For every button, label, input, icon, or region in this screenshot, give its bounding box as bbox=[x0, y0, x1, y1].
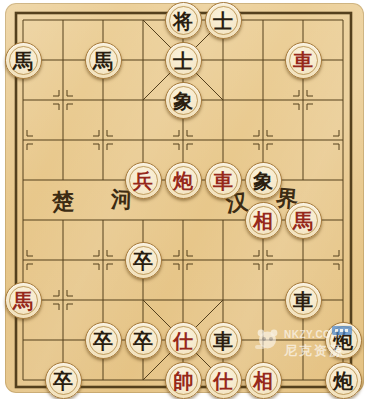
piece-glyph: 車 bbox=[213, 170, 233, 191]
xiangqi-screenshot: 楚 河 汉 界 将士馬馬士車象兵炮車象相馬卒馬車卒卒仕車炮卒帥仕相炮 NKZY.… bbox=[0, 0, 369, 399]
piece-glyph: 車 bbox=[213, 330, 233, 351]
piece-red-相[interactable]: 相 bbox=[245, 362, 282, 399]
piece-red-相[interactable]: 相 bbox=[245, 202, 282, 239]
piece-black-馬[interactable]: 馬 bbox=[85, 42, 122, 79]
piece-black-卒[interactable]: 卒 bbox=[125, 322, 162, 359]
piece-glyph: 卒 bbox=[53, 370, 73, 391]
piece-black-車[interactable]: 車 bbox=[285, 282, 322, 319]
piece-glyph: 仕 bbox=[173, 330, 193, 351]
piece-glyph: 象 bbox=[253, 170, 273, 191]
piece-glyph: 相 bbox=[253, 370, 273, 391]
piece-black-馬[interactable]: 馬 bbox=[5, 42, 42, 79]
piece-red-帥[interactable]: 帥 bbox=[165, 362, 202, 399]
piece-glyph: 卒 bbox=[133, 250, 153, 271]
piece-glyph: 士 bbox=[173, 50, 193, 71]
piece-black-卒[interactable]: 卒 bbox=[125, 242, 162, 279]
piece-glyph: 卒 bbox=[133, 330, 153, 351]
piece-black-卒[interactable]: 卒 bbox=[85, 322, 122, 359]
pieces-layer[interactable]: 将士馬馬士車象兵炮車象相馬卒馬車卒卒仕車炮卒帥仕相炮 bbox=[0, 0, 369, 399]
piece-glyph: 馬 bbox=[293, 210, 313, 231]
piece-black-士[interactable]: 士 bbox=[205, 2, 242, 39]
piece-red-炮[interactable]: 炮 bbox=[165, 162, 202, 199]
piece-glyph: 仕 bbox=[213, 370, 233, 391]
piece-black-象[interactable]: 象 bbox=[245, 162, 282, 199]
piece-black-車[interactable]: 車 bbox=[205, 322, 242, 359]
piece-glyph: 馬 bbox=[13, 290, 33, 311]
piece-black-士[interactable]: 士 bbox=[165, 42, 202, 79]
piece-glyph: 士 bbox=[213, 10, 233, 31]
piece-black-象[interactable]: 象 bbox=[165, 82, 202, 119]
piece-glyph: 将 bbox=[173, 10, 193, 31]
piece-red-車[interactable]: 車 bbox=[285, 42, 322, 79]
piece-glyph: 車 bbox=[293, 290, 313, 311]
piece-red-馬[interactable]: 馬 bbox=[5, 282, 42, 319]
piece-glyph: 馬 bbox=[13, 50, 33, 71]
piece-black-炮[interactable]: 炮 bbox=[325, 322, 362, 359]
piece-red-兵[interactable]: 兵 bbox=[125, 162, 162, 199]
piece-red-車[interactable]: 車 bbox=[205, 162, 242, 199]
piece-glyph: 炮 bbox=[333, 330, 353, 351]
piece-glyph: 象 bbox=[173, 90, 193, 111]
piece-black-卒[interactable]: 卒 bbox=[45, 362, 82, 399]
piece-red-馬[interactable]: 馬 bbox=[285, 202, 322, 239]
piece-glyph: 炮 bbox=[173, 170, 193, 191]
piece-glyph: 兵 bbox=[133, 170, 153, 191]
piece-glyph: 卒 bbox=[93, 330, 113, 351]
piece-glyph: 炮 bbox=[333, 370, 353, 391]
piece-red-仕[interactable]: 仕 bbox=[205, 362, 242, 399]
piece-glyph: 相 bbox=[253, 210, 273, 231]
piece-black-将[interactable]: 将 bbox=[165, 2, 202, 39]
piece-glyph: 馬 bbox=[93, 50, 113, 71]
piece-glyph: 帥 bbox=[173, 370, 193, 391]
piece-glyph: 車 bbox=[293, 50, 313, 71]
piece-black-炮[interactable]: 炮 bbox=[325, 362, 362, 399]
piece-red-仕[interactable]: 仕 bbox=[165, 322, 202, 359]
